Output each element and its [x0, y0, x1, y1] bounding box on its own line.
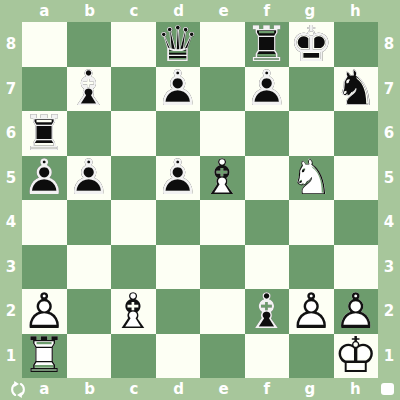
square-f5[interactable] [245, 156, 290, 201]
chess-board: ♛♕♜♖♚♔♝♗♟♙♟♙♞♘♜♖♟♙♟♙♟♙♝♗♞♘♟♙♝♗♝♗♟♙♟♙♜♖♚♔ [22, 22, 378, 378]
piece-glyph-fill: ♞ [289, 156, 334, 201]
piece-glyph-outline: ♔ [289, 22, 334, 67]
piece-glyph-outline: ♔ [334, 334, 379, 379]
piece-glyph-fill: ♟ [22, 289, 67, 334]
piece-glyph-outline: ♙ [334, 289, 379, 334]
piece-glyph-fill: ♝ [200, 156, 245, 201]
rank-labels-right: 87654321 [378, 22, 400, 378]
piece-glyph-outline: ♘ [289, 156, 334, 201]
square-g6[interactable] [289, 111, 334, 156]
square-b2[interactable] [67, 289, 112, 334]
file-label-d: d [156, 0, 201, 22]
square-e4[interactable] [200, 200, 245, 245]
piece-glyph-fill: ♜ [22, 334, 67, 379]
file-label-h: h [333, 0, 378, 22]
square-b3[interactable] [67, 245, 112, 290]
piece-glyph-outline: ♖ [245, 22, 290, 67]
piece-glyph-fill: ♝ [111, 289, 156, 334]
piece-black-rook-a6[interactable]: ♜♖ [22, 111, 67, 156]
piece-glyph-fill: ♜ [22, 111, 67, 156]
flip-board-button[interactable] [7, 379, 29, 399]
square-c7[interactable] [111, 67, 156, 112]
file-label-b: b [67, 0, 112, 22]
square-c1[interactable] [111, 334, 156, 379]
piece-glyph-outline: ♘ [334, 67, 379, 112]
piece-black-pawn-d5[interactable]: ♟♙ [156, 156, 201, 201]
square-a6[interactable]: ♜♖ [22, 111, 67, 156]
piece-glyph-outline: ♗ [245, 289, 290, 334]
square-g2[interactable]: ♟♙ [289, 289, 334, 334]
piece-glyph-outline: ♗ [67, 67, 112, 112]
piece-glyph-fill: ♜ [245, 22, 290, 67]
square-b7[interactable]: ♝♗ [67, 67, 112, 112]
piece-glyph-fill: ♟ [67, 156, 112, 201]
piece-glyph-outline: ♙ [156, 156, 201, 201]
file-labels-top: abcdefgh [22, 0, 378, 22]
rank-label-5: 5 [378, 156, 400, 201]
file-label-b: b [67, 378, 112, 400]
file-label-d: d [156, 378, 201, 400]
piece-black-king-g8[interactable]: ♚♔ [289, 22, 334, 67]
square-h5[interactable] [334, 156, 379, 201]
chess-board-widget: abcdefgh abcdefgh 87654321 87654321 ♛♕♜♖… [0, 0, 400, 400]
piece-glyph-outline: ♙ [289, 289, 334, 334]
square-b5[interactable]: ♟♙ [67, 156, 112, 201]
file-label-f: f [246, 0, 287, 22]
piece-glyph-outline: ♙ [245, 67, 290, 112]
piece-glyph-outline: ♙ [22, 156, 67, 201]
rank-label-1: 1 [378, 334, 400, 379]
piece-black-pawn-f7[interactable]: ♟♙ [245, 67, 290, 112]
file-label-f: f [246, 378, 287, 400]
rank-label-8: 8 [0, 22, 22, 67]
piece-glyph-fill: ♟ [156, 67, 201, 112]
square-d7[interactable]: ♟♙ [156, 67, 201, 112]
file-label-g: g [287, 378, 332, 400]
piece-glyph-outline: ♖ [22, 334, 67, 379]
piece-glyph-fill: ♝ [245, 289, 290, 334]
rank-labels-left: 87654321 [0, 22, 22, 378]
piece-white-bishop-c2[interactable]: ♝♗ [111, 289, 156, 334]
square-h6[interactable] [334, 111, 379, 156]
piece-glyph-outline: ♖ [22, 111, 67, 156]
square-f7[interactable]: ♟♙ [245, 67, 290, 112]
rank-label-6: 6 [378, 111, 400, 156]
piece-black-pawn-b5[interactable]: ♟♙ [67, 156, 112, 201]
piece-glyph-outline: ♗ [111, 289, 156, 334]
piece-white-bishop-e5[interactable]: ♝♗ [200, 156, 245, 201]
rank-label-2: 2 [0, 289, 22, 334]
piece-glyph-outline: ♕ [156, 22, 201, 67]
square-a3[interactable] [22, 245, 67, 290]
piece-white-pawn-a2[interactable]: ♟♙ [22, 289, 67, 334]
square-d2[interactable] [156, 289, 201, 334]
rank-label-5: 5 [0, 156, 22, 201]
square-h3[interactable] [334, 245, 379, 290]
square-b8[interactable] [67, 22, 112, 67]
square-e2[interactable] [200, 289, 245, 334]
piece-black-pawn-a5[interactable]: ♟♙ [22, 156, 67, 201]
piece-glyph-fill: ♛ [156, 22, 201, 67]
piece-black-pawn-d7[interactable]: ♟♙ [156, 67, 201, 112]
rank-label-7: 7 [378, 67, 400, 112]
flip-board-icon [8, 380, 28, 399]
piece-white-king-h1[interactable]: ♚♔ [334, 334, 379, 379]
rank-label-4: 4 [0, 200, 22, 245]
piece-white-pawn-g2[interactable]: ♟♙ [289, 289, 334, 334]
file-labels-bottom: abcdefgh [22, 378, 378, 400]
square-a4[interactable] [22, 200, 67, 245]
square-b1[interactable] [67, 334, 112, 379]
piece-glyph-outline: ♗ [200, 156, 245, 201]
piece-white-rook-a1[interactable]: ♜♖ [22, 334, 67, 379]
file-label-g: g [287, 0, 332, 22]
square-g8[interactable]: ♚♔ [289, 22, 334, 67]
piece-glyph-outline: ♙ [67, 156, 112, 201]
rank-label-4: 4 [378, 200, 400, 245]
piece-glyph-fill: ♝ [67, 67, 112, 112]
file-label-c: c [112, 0, 156, 22]
square-g7[interactable] [289, 67, 334, 112]
square-f1[interactable] [245, 334, 290, 379]
piece-glyph-fill: ♟ [245, 67, 290, 112]
square-e7[interactable] [200, 67, 245, 112]
square-a2[interactable]: ♟♙ [22, 289, 67, 334]
square-a7[interactable] [22, 67, 67, 112]
square-g5[interactable]: ♞♘ [289, 156, 334, 201]
square-e1[interactable] [200, 334, 245, 379]
square-e5[interactable]: ♝♗ [200, 156, 245, 201]
piece-black-bishop-f2[interactable]: ♝♗ [245, 289, 290, 334]
square-a1[interactable]: ♜♖ [22, 334, 67, 379]
piece-white-pawn-h2[interactable]: ♟♙ [334, 289, 379, 334]
rank-label-3: 3 [0, 245, 22, 290]
square-d3[interactable] [156, 245, 201, 290]
file-label-c: c [112, 378, 156, 400]
piece-black-bishop-b7[interactable]: ♝♗ [67, 67, 112, 112]
square-e3[interactable] [200, 245, 245, 290]
square-h2[interactable]: ♟♙ [334, 289, 379, 334]
square-c3[interactable] [111, 245, 156, 290]
square-d6[interactable] [156, 111, 201, 156]
square-h4[interactable] [334, 200, 379, 245]
square-b4[interactable] [67, 200, 112, 245]
piece-white-knight-g5[interactable]: ♞♘ [289, 156, 334, 201]
corner-square-icon[interactable] [381, 383, 394, 395]
piece-glyph-outline: ♙ [156, 67, 201, 112]
file-label-h: h [333, 378, 378, 400]
rank-label-2: 2 [378, 289, 400, 334]
piece-glyph-fill: ♚ [289, 22, 334, 67]
square-e6[interactable] [200, 111, 245, 156]
square-g3[interactable] [289, 245, 334, 290]
piece-glyph-fill: ♟ [156, 156, 201, 201]
square-e8[interactable] [200, 22, 245, 67]
square-f4[interactable] [245, 200, 290, 245]
piece-black-knight-h7[interactable]: ♞♘ [334, 67, 379, 112]
square-f6[interactable] [245, 111, 290, 156]
rank-label-8: 8 [378, 22, 400, 67]
square-h1[interactable]: ♚♔ [334, 334, 379, 379]
piece-glyph-fill: ♟ [22, 156, 67, 201]
square-c6[interactable] [111, 111, 156, 156]
piece-glyph-fill: ♟ [334, 289, 379, 334]
square-d8[interactable]: ♛♕ [156, 22, 201, 67]
square-a5[interactable]: ♟♙ [22, 156, 67, 201]
rank-label-6: 6 [0, 111, 22, 156]
square-d5[interactable]: ♟♙ [156, 156, 201, 201]
file-label-e: e [201, 0, 246, 22]
square-c5[interactable] [111, 156, 156, 201]
piece-black-queen-d8[interactable]: ♛♕ [156, 22, 201, 67]
piece-glyph-fill: ♞ [334, 67, 379, 112]
rank-label-1: 1 [0, 334, 22, 379]
piece-black-rook-f8[interactable]: ♜♖ [245, 22, 290, 67]
piece-glyph-fill: ♚ [334, 334, 379, 379]
piece-glyph-fill: ♟ [289, 289, 334, 334]
square-c4[interactable] [111, 200, 156, 245]
square-d1[interactable] [156, 334, 201, 379]
square-b6[interactable] [67, 111, 112, 156]
rank-label-7: 7 [0, 67, 22, 112]
square-a8[interactable] [22, 22, 67, 67]
square-g4[interactable] [289, 200, 334, 245]
square-f2[interactable]: ♝♗ [245, 289, 290, 334]
square-d4[interactable] [156, 200, 201, 245]
square-h7[interactable]: ♞♘ [334, 67, 379, 112]
file-label-a: a [22, 0, 67, 22]
square-c8[interactable] [111, 22, 156, 67]
square-h8[interactable] [334, 22, 379, 67]
rank-label-3: 3 [378, 245, 400, 290]
square-g1[interactable] [289, 334, 334, 379]
square-f8[interactable]: ♜♖ [245, 22, 290, 67]
square-c2[interactable]: ♝♗ [111, 289, 156, 334]
piece-glyph-outline: ♙ [22, 289, 67, 334]
square-f3[interactable] [245, 245, 290, 290]
file-label-e: e [201, 378, 246, 400]
